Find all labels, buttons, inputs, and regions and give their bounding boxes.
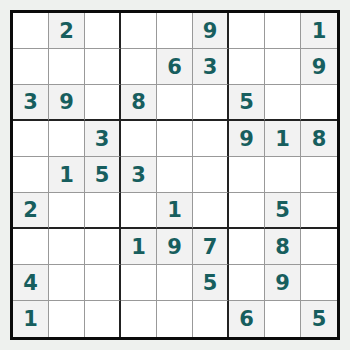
cell-r4c3[interactable]: 3 bbox=[85, 121, 121, 157]
cell-r9c9[interactable]: 5 bbox=[301, 301, 337, 337]
cell-r4c2[interactable] bbox=[49, 121, 85, 157]
cell-r7c2[interactable] bbox=[49, 229, 85, 265]
cell-r3c8[interactable] bbox=[265, 85, 301, 121]
page: 291639398539181532151978459165 bbox=[0, 0, 350, 350]
cell-r5c9[interactable] bbox=[301, 157, 337, 193]
cell-r8c1[interactable]: 4 bbox=[13, 265, 49, 301]
cell-r9c8[interactable] bbox=[265, 301, 301, 337]
cell-r5c5[interactable] bbox=[157, 157, 193, 193]
cell-r7c8[interactable]: 8 bbox=[265, 229, 301, 265]
cell-r2c4[interactable] bbox=[121, 49, 157, 85]
cell-r4c6[interactable] bbox=[193, 121, 229, 157]
cell-r5c2[interactable]: 1 bbox=[49, 157, 85, 193]
cell-r1c9[interactable]: 1 bbox=[301, 13, 337, 49]
cell-r6c9[interactable] bbox=[301, 193, 337, 229]
cell-r6c7[interactable] bbox=[229, 193, 265, 229]
cell-r7c9[interactable] bbox=[301, 229, 337, 265]
cell-r6c6[interactable] bbox=[193, 193, 229, 229]
cell-r6c8[interactable]: 5 bbox=[265, 193, 301, 229]
cell-r8c7[interactable] bbox=[229, 265, 265, 301]
cell-r6c2[interactable] bbox=[49, 193, 85, 229]
cell-r6c1[interactable]: 2 bbox=[13, 193, 49, 229]
cell-r9c5[interactable] bbox=[157, 301, 193, 337]
cell-r8c6[interactable]: 5 bbox=[193, 265, 229, 301]
cell-r9c7[interactable]: 6 bbox=[229, 301, 265, 337]
cell-r7c6[interactable]: 7 bbox=[193, 229, 229, 265]
cell-r9c4[interactable] bbox=[121, 301, 157, 337]
cell-r8c3[interactable] bbox=[85, 265, 121, 301]
cell-r3c6[interactable] bbox=[193, 85, 229, 121]
cell-r5c7[interactable] bbox=[229, 157, 265, 193]
cell-r2c7[interactable] bbox=[229, 49, 265, 85]
cell-r1c5[interactable] bbox=[157, 13, 193, 49]
cell-r3c5[interactable] bbox=[157, 85, 193, 121]
cell-r1c6[interactable]: 9 bbox=[193, 13, 229, 49]
cell-r3c3[interactable] bbox=[85, 85, 121, 121]
cell-r9c3[interactable] bbox=[85, 301, 121, 337]
cell-r9c1[interactable]: 1 bbox=[13, 301, 49, 337]
cell-r4c4[interactable] bbox=[121, 121, 157, 157]
cell-r5c1[interactable] bbox=[13, 157, 49, 193]
cell-r8c5[interactable] bbox=[157, 265, 193, 301]
cell-r5c4[interactable]: 3 bbox=[121, 157, 157, 193]
cell-r9c6[interactable] bbox=[193, 301, 229, 337]
cell-r2c1[interactable] bbox=[13, 49, 49, 85]
cell-r4c9[interactable]: 8 bbox=[301, 121, 337, 157]
cell-r7c4[interactable]: 1 bbox=[121, 229, 157, 265]
cell-r3c7[interactable]: 5 bbox=[229, 85, 265, 121]
cell-r1c4[interactable] bbox=[121, 13, 157, 49]
cell-r5c8[interactable] bbox=[265, 157, 301, 193]
cell-r2c2[interactable] bbox=[49, 49, 85, 85]
cell-r8c8[interactable]: 9 bbox=[265, 265, 301, 301]
cell-r2c3[interactable] bbox=[85, 49, 121, 85]
cell-r7c7[interactable] bbox=[229, 229, 265, 265]
cell-r3c1[interactable]: 3 bbox=[13, 85, 49, 121]
cell-r6c3[interactable] bbox=[85, 193, 121, 229]
sudoku-board: 291639398539181532151978459165 bbox=[10, 10, 340, 340]
cell-r5c6[interactable] bbox=[193, 157, 229, 193]
cell-r4c8[interactable]: 1 bbox=[265, 121, 301, 157]
cell-r7c1[interactable] bbox=[13, 229, 49, 265]
cell-r9c2[interactable] bbox=[49, 301, 85, 337]
cell-r1c8[interactable] bbox=[265, 13, 301, 49]
cell-r3c2[interactable]: 9 bbox=[49, 85, 85, 121]
cell-r6c5[interactable]: 1 bbox=[157, 193, 193, 229]
cell-r8c9[interactable] bbox=[301, 265, 337, 301]
cell-r2c9[interactable]: 9 bbox=[301, 49, 337, 85]
cell-r7c3[interactable] bbox=[85, 229, 121, 265]
cell-r2c5[interactable]: 6 bbox=[157, 49, 193, 85]
cell-r4c7[interactable]: 9 bbox=[229, 121, 265, 157]
cell-r3c4[interactable]: 8 bbox=[121, 85, 157, 121]
cell-r8c2[interactable] bbox=[49, 265, 85, 301]
cell-r1c1[interactable] bbox=[13, 13, 49, 49]
cell-r4c5[interactable] bbox=[157, 121, 193, 157]
cell-r8c4[interactable] bbox=[121, 265, 157, 301]
cell-r7c5[interactable]: 9 bbox=[157, 229, 193, 265]
cell-r6c4[interactable] bbox=[121, 193, 157, 229]
cell-r2c8[interactable] bbox=[265, 49, 301, 85]
cell-r4c1[interactable] bbox=[13, 121, 49, 157]
cell-r1c2[interactable]: 2 bbox=[49, 13, 85, 49]
cell-r5c3[interactable]: 5 bbox=[85, 157, 121, 193]
cell-r1c7[interactable] bbox=[229, 13, 265, 49]
cell-r1c3[interactable] bbox=[85, 13, 121, 49]
cell-r3c9[interactable] bbox=[301, 85, 337, 121]
cell-r2c6[interactable]: 3 bbox=[193, 49, 229, 85]
